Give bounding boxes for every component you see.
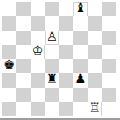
square-h6[interactable] (102, 31, 116, 45)
square-f1[interactable] (73, 102, 87, 116)
square-b8[interactable] (16, 2, 30, 16)
black-rook: ♜ (45, 72, 59, 86)
square-g5[interactable] (88, 45, 102, 59)
chess-diagram: ♝♙♔♚♜♟♖ (0, 0, 120, 120)
square-b1[interactable] (16, 102, 30, 116)
square-d1[interactable] (45, 102, 59, 116)
square-b4[interactable] (16, 59, 30, 73)
square-c8[interactable] (31, 2, 45, 16)
square-f2[interactable] (73, 88, 87, 102)
square-c3[interactable] (31, 73, 45, 87)
square-a3[interactable] (2, 73, 16, 87)
black-pawn: ♟ (73, 72, 87, 86)
square-a8[interactable] (2, 2, 16, 16)
square-g7[interactable] (88, 16, 102, 30)
board-bottom-edge (0, 118, 120, 120)
square-h8[interactable] (102, 2, 116, 16)
square-f5[interactable] (73, 45, 87, 59)
square-b3[interactable] (16, 73, 30, 87)
square-e2[interactable] (59, 88, 73, 102)
square-e6[interactable] (59, 31, 73, 45)
square-c7[interactable] (31, 16, 45, 30)
square-h7[interactable] (102, 16, 116, 30)
square-g8[interactable] (88, 2, 102, 16)
square-c4[interactable] (31, 59, 45, 73)
square-a2[interactable] (2, 88, 16, 102)
square-g1[interactable]: ♖ (88, 102, 102, 116)
square-h3[interactable] (102, 73, 116, 87)
square-f8[interactable]: ♝ (73, 2, 87, 16)
square-b7[interactable] (16, 16, 30, 30)
square-e4[interactable] (59, 59, 73, 73)
square-f7[interactable] (73, 16, 87, 30)
square-d2[interactable] (45, 88, 59, 102)
square-c2[interactable] (31, 88, 45, 102)
black-bishop: ♝ (73, 1, 87, 15)
square-g3[interactable] (88, 73, 102, 87)
square-e5[interactable] (59, 45, 73, 59)
square-h5[interactable] (102, 45, 116, 59)
square-a7[interactable] (2, 16, 16, 30)
square-g4[interactable] (88, 59, 102, 73)
square-e3[interactable] (59, 73, 73, 87)
chess-board: ♝♙♔♚♜♟♖ (2, 2, 116, 116)
square-e1[interactable] (59, 102, 73, 116)
square-b6[interactable] (16, 31, 30, 45)
square-b2[interactable] (16, 88, 30, 102)
white-rook: ♖ (88, 101, 102, 115)
square-h4[interactable] (102, 59, 116, 73)
black-king: ♚ (2, 58, 16, 72)
square-a1[interactable] (2, 102, 16, 116)
square-c1[interactable] (31, 102, 45, 116)
white-pawn: ♙ (45, 30, 59, 44)
square-h2[interactable] (102, 88, 116, 102)
square-d3[interactable]: ♜ (45, 73, 59, 87)
square-b5[interactable] (16, 45, 30, 59)
square-f3[interactable]: ♟ (73, 73, 87, 87)
square-d8[interactable] (45, 2, 59, 16)
square-d6[interactable]: ♙ (45, 31, 59, 45)
square-e8[interactable] (59, 2, 73, 16)
square-g6[interactable] (88, 31, 102, 45)
square-h1[interactable] (102, 102, 116, 116)
square-f6[interactable] (73, 31, 87, 45)
square-c5[interactable]: ♔ (31, 45, 45, 59)
square-a6[interactable] (2, 31, 16, 45)
white-king: ♔ (31, 44, 45, 58)
square-a4[interactable]: ♚ (2, 59, 16, 73)
square-e7[interactable] (59, 16, 73, 30)
square-d5[interactable] (45, 45, 59, 59)
